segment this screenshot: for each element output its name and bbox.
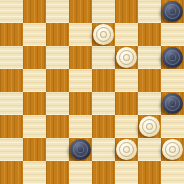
square-r8c7[interactable]	[138, 161, 161, 184]
square-r5c3	[46, 92, 69, 115]
square-r2c1[interactable]	[0, 23, 23, 46]
square-r2c7[interactable]	[138, 23, 161, 46]
square-r1c5	[92, 0, 115, 23]
square-r7c1	[0, 138, 23, 161]
square-r6c7[interactable]	[138, 115, 161, 138]
square-r4c3[interactable]	[46, 69, 69, 92]
square-r3c7	[138, 46, 161, 69]
square-r3c6[interactable]	[115, 46, 138, 69]
square-r8c5[interactable]	[92, 161, 115, 184]
square-r5c5	[92, 92, 115, 115]
square-r2c8	[161, 23, 184, 46]
black-man[interactable]	[162, 47, 183, 68]
square-r1c2[interactable]	[23, 0, 46, 23]
square-r3c2[interactable]	[23, 46, 46, 69]
square-r7c5	[92, 138, 115, 161]
black-man[interactable]	[162, 93, 183, 114]
square-r3c5	[92, 46, 115, 69]
square-r3c8[interactable]	[161, 46, 184, 69]
square-r6c1[interactable]	[0, 115, 23, 138]
square-r1c7	[138, 0, 161, 23]
checkers-board	[0, 0, 184, 184]
square-r1c6[interactable]	[115, 0, 138, 23]
square-r6c4	[69, 115, 92, 138]
square-r6c3[interactable]	[46, 115, 69, 138]
square-r7c8[interactable]	[161, 138, 184, 161]
square-r8c1[interactable]	[0, 161, 23, 184]
square-r5c1	[0, 92, 23, 115]
white-man[interactable]	[139, 116, 160, 137]
square-r7c6[interactable]	[115, 138, 138, 161]
square-r4c2	[23, 69, 46, 92]
square-r1c3	[46, 0, 69, 23]
black-man[interactable]	[162, 1, 183, 22]
square-r4c1[interactable]	[0, 69, 23, 92]
square-r6c6	[115, 115, 138, 138]
white-man[interactable]	[116, 47, 137, 68]
square-r2c5[interactable]	[92, 23, 115, 46]
square-r5c4[interactable]	[69, 92, 92, 115]
square-r1c4[interactable]	[69, 0, 92, 23]
square-r1c8[interactable]	[161, 0, 184, 23]
square-r3c3	[46, 46, 69, 69]
square-r4c4	[69, 69, 92, 92]
square-r5c2[interactable]	[23, 92, 46, 115]
white-man[interactable]	[93, 24, 114, 45]
square-r8c3[interactable]	[46, 161, 69, 184]
square-r7c2[interactable]	[23, 138, 46, 161]
square-r5c6[interactable]	[115, 92, 138, 115]
square-r6c2	[23, 115, 46, 138]
square-r6c8	[161, 115, 184, 138]
square-r8c8	[161, 161, 184, 184]
square-r4c7[interactable]	[138, 69, 161, 92]
square-r2c3[interactable]	[46, 23, 69, 46]
square-r5c7	[138, 92, 161, 115]
square-r7c7	[138, 138, 161, 161]
square-r8c6	[115, 161, 138, 184]
square-r8c2	[23, 161, 46, 184]
square-r2c6	[115, 23, 138, 46]
square-r3c1	[0, 46, 23, 69]
square-r3c4[interactable]	[69, 46, 92, 69]
square-r4c6	[115, 69, 138, 92]
square-r6c5[interactable]	[92, 115, 115, 138]
square-r2c4	[69, 23, 92, 46]
white-man[interactable]	[116, 139, 137, 160]
square-r1c1	[0, 0, 23, 23]
square-r7c4[interactable]	[69, 138, 92, 161]
square-r4c5[interactable]	[92, 69, 115, 92]
black-man[interactable]	[70, 139, 91, 160]
white-man[interactable]	[162, 139, 183, 160]
square-r8c4	[69, 161, 92, 184]
square-r5c8[interactable]	[161, 92, 184, 115]
square-r7c3	[46, 138, 69, 161]
square-r2c2	[23, 23, 46, 46]
square-r4c8	[161, 69, 184, 92]
